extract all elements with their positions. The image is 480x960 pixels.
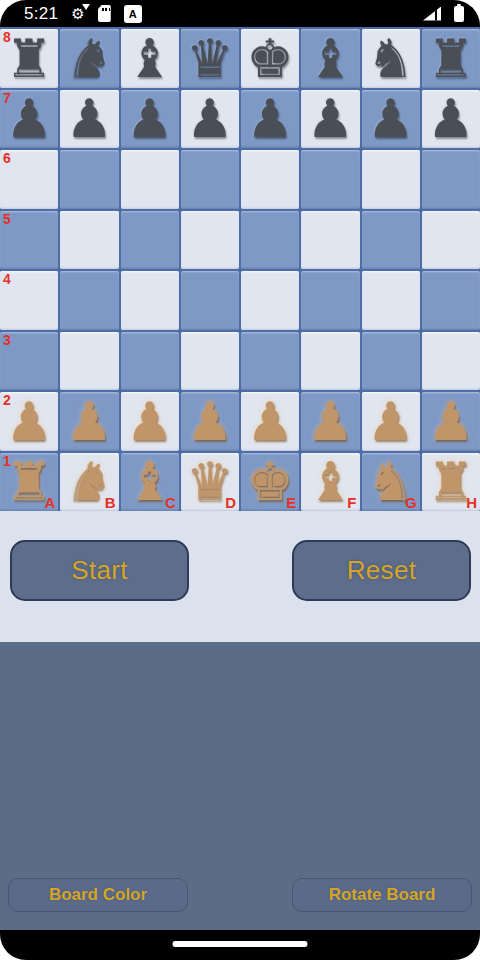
black-pawn[interactable]: ♟ [307,92,355,145]
square-a1[interactable]: 1A♜ [0,453,58,512]
home-indicator[interactable] [173,941,308,947]
white-pawn[interactable]: ♟ [367,395,415,448]
square-d7[interactable]: ♟ [181,90,239,149]
square-e7[interactable]: ♟ [241,90,299,149]
rotate-board-button[interactable]: Rotate Board [292,878,472,912]
square-h7[interactable]: ♟ [422,90,480,149]
file-label: H [466,494,477,511]
square-d1[interactable]: D♛ [181,453,239,512]
start-button[interactable]: Start [10,540,189,601]
white-pawn[interactable]: ♟ [186,395,234,448]
square-b1[interactable]: B♞ [60,453,118,512]
square-b4[interactable] [60,271,118,330]
square-a3[interactable]: 3 [0,332,58,391]
file-label: B [105,494,116,511]
square-h4[interactable] [422,271,480,330]
reset-button[interactable]: Reset [292,540,471,601]
phone-screen: 5:21 ⚙ A 8♜♞♝♛♚♝♞♜7♟♟♟♟♟♟♟♟65432♟♟♟♟♟♟♟♟… [0,0,480,960]
black-king[interactable]: ♚ [246,32,294,85]
white-pawn[interactable]: ♟ [427,395,475,448]
rank-label: 1 [3,453,11,469]
square-a6[interactable]: 6 [0,150,58,209]
square-f8[interactable]: ♝ [301,29,359,88]
file-label: E [286,494,296,511]
square-c6[interactable] [121,150,179,209]
square-d5[interactable] [181,211,239,270]
file-label: C [165,494,176,511]
status-bar-left: 5:21 ⚙ A [24,4,142,24]
rank-label: 4 [3,271,11,287]
square-a7[interactable]: 7♟ [0,90,58,149]
square-d8[interactable]: ♛ [181,29,239,88]
black-pawn[interactable]: ♟ [367,92,415,145]
file-label: G [405,494,417,511]
rank-label: 5 [3,211,11,227]
sim-card-icon [98,5,111,22]
black-bishop[interactable]: ♝ [126,32,174,85]
black-rook[interactable]: ♜ [427,32,475,85]
square-a4[interactable]: 4 [0,271,58,330]
white-pawn[interactable]: ♟ [246,395,294,448]
rank-label: 8 [3,29,11,45]
square-c8[interactable]: ♝ [121,29,179,88]
chess-board: 8♜♞♝♛♚♝♞♜7♟♟♟♟♟♟♟♟65432♟♟♟♟♟♟♟♟1A♜B♞C♝D♛… [0,27,480,511]
square-f2[interactable]: ♟ [301,392,359,451]
battery-icon [454,6,464,22]
square-a5[interactable]: 5 [0,211,58,270]
black-pawn[interactable]: ♟ [246,92,294,145]
black-pawn[interactable]: ♟ [126,92,174,145]
square-f6[interactable] [301,150,359,209]
square-g6[interactable] [362,150,420,209]
square-f3[interactable] [301,332,359,391]
black-rook[interactable]: ♜ [5,32,53,85]
square-h1[interactable]: H♜ [422,453,480,512]
board-color-button[interactable]: Board Color [8,878,188,912]
square-c1[interactable]: C♝ [121,453,179,512]
file-label: D [225,494,236,511]
square-g4[interactable] [362,271,420,330]
square-a2[interactable]: 2♟ [0,392,58,451]
square-f5[interactable] [301,211,359,270]
square-g8[interactable]: ♞ [362,29,420,88]
square-h3[interactable] [422,332,480,391]
square-e5[interactable] [241,211,299,270]
square-f1[interactable]: F♝ [301,453,359,512]
black-knight[interactable]: ♞ [66,32,114,85]
square-d4[interactable] [181,271,239,330]
bottom-panel: Board Color Rotate Board [0,642,480,930]
square-g3[interactable] [362,332,420,391]
square-g1[interactable]: G♞ [362,453,420,512]
keyboard-a-icon: A [124,5,142,23]
square-b6[interactable] [60,150,118,209]
white-pawn[interactable]: ♟ [307,395,355,448]
square-c2[interactable]: ♟ [121,392,179,451]
square-c7[interactable]: ♟ [121,90,179,149]
square-f7[interactable]: ♟ [301,90,359,149]
black-knight[interactable]: ♞ [367,32,415,85]
square-g5[interactable] [362,211,420,270]
square-e2[interactable]: ♟ [241,392,299,451]
gear-icon: ⚙ [71,6,84,21]
black-queen[interactable]: ♛ [186,32,234,85]
black-pawn[interactable]: ♟ [427,92,475,145]
square-d6[interactable] [181,150,239,209]
square-c4[interactable] [121,271,179,330]
clock: 5:21 [24,4,58,24]
control-bar: Start Reset [0,511,480,642]
square-h8[interactable]: ♜ [422,29,480,88]
black-pawn[interactable]: ♟ [66,92,114,145]
rank-label: 7 [3,90,11,106]
square-h6[interactable] [422,150,480,209]
square-e8[interactable]: ♚ [241,29,299,88]
square-e1[interactable]: E♚ [241,453,299,512]
square-g2[interactable]: ♟ [362,392,420,451]
square-h5[interactable] [422,211,480,270]
square-b3[interactable] [60,332,118,391]
status-bar: 5:21 ⚙ A [0,0,480,27]
square-b5[interactable] [60,211,118,270]
file-label: A [44,494,55,511]
square-g7[interactable]: ♟ [362,90,420,149]
white-pawn[interactable]: ♟ [5,395,53,448]
square-b2[interactable]: ♟ [60,392,118,451]
rank-label: 6 [3,150,11,166]
square-f4[interactable] [301,271,359,330]
square-c5[interactable] [121,211,179,270]
square-d2[interactable]: ♟ [181,392,239,451]
square-d3[interactable] [181,332,239,391]
black-pawn[interactable]: ♟ [5,92,53,145]
black-pawn[interactable]: ♟ [186,92,234,145]
square-a8[interactable]: 8♜ [0,29,58,88]
square-b7[interactable]: ♟ [60,90,118,149]
white-pawn[interactable]: ♟ [126,395,174,448]
black-bishop[interactable]: ♝ [307,32,355,85]
file-label: F [347,494,356,511]
signal-icon [423,7,441,21]
navigation-bar [0,930,480,960]
square-h2[interactable]: ♟ [422,392,480,451]
square-e3[interactable] [241,332,299,391]
square-e6[interactable] [241,150,299,209]
square-c3[interactable] [121,332,179,391]
white-pawn[interactable]: ♟ [66,395,114,448]
rank-label: 2 [3,392,11,408]
square-e4[interactable] [241,271,299,330]
rank-label: 3 [3,332,11,348]
status-bar-right [423,6,464,22]
square-b8[interactable]: ♞ [60,29,118,88]
